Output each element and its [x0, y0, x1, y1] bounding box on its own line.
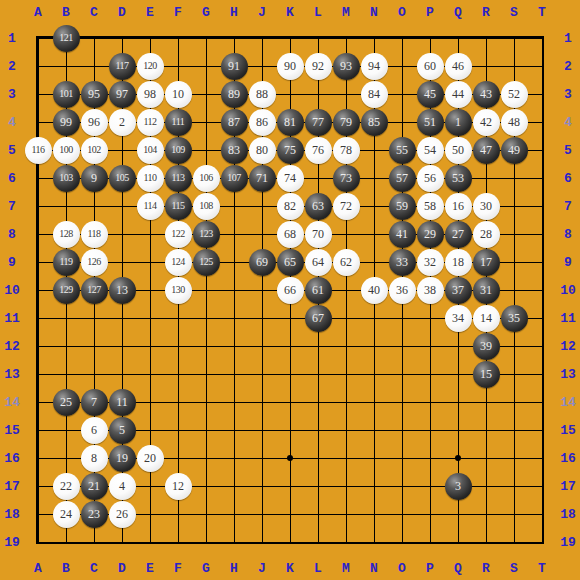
column-labels-bottom: ABCDEFGHJKLMNOPQRST — [24, 556, 556, 580]
column-label-top-B: B — [52, 0, 80, 24]
stone-d4-move-2[interactable]: 2 — [109, 109, 136, 136]
column-label-bottom-L: L — [304, 556, 332, 580]
stone-q17-move-3[interactable]: 3 — [445, 473, 472, 500]
row-label-left-11: 11 — [0, 304, 24, 332]
stone-k8-move-68[interactable]: 68 — [277, 221, 304, 248]
row-label-left-19: 19 — [0, 528, 24, 556]
column-label-top-R: R — [472, 0, 500, 24]
stone-f8-move-122[interactable]: 122 — [165, 221, 192, 248]
stone-o5-move-55[interactable]: 55 — [389, 137, 416, 164]
stone-l10-move-61[interactable]: 61 — [305, 277, 332, 304]
stone-k2-move-90[interactable]: 90 — [277, 53, 304, 80]
stone-b3-move-101[interactable]: 101 — [53, 81, 80, 108]
stone-r4-move-42[interactable]: 42 — [473, 109, 500, 136]
stone-s3-move-52[interactable]: 52 — [501, 81, 528, 108]
stone-m9-move-62[interactable]: 62 — [333, 249, 360, 276]
stone-b6-move-103[interactable]: 103 — [53, 165, 80, 192]
row-label-right-6: 6 — [556, 164, 580, 192]
row-label-left-4: 4 — [0, 108, 24, 136]
row-label-left-9: 9 — [0, 248, 24, 276]
stone-e5-move-104[interactable]: 104 — [137, 137, 164, 164]
row-label-left-6: 6 — [0, 164, 24, 192]
stone-f3-move-10[interactable]: 10 — [165, 81, 192, 108]
column-label-bottom-H: H — [220, 556, 248, 580]
row-label-right-11: 11 — [556, 304, 580, 332]
row-label-right-9: 9 — [556, 248, 580, 276]
stone-l4-move-77[interactable]: 77 — [305, 109, 332, 136]
go-board[interactable]: 1234567891011121314151617181920212223242… — [24, 24, 556, 556]
column-labels-top: ABCDEFGHJKLMNOPQRST — [24, 0, 556, 24]
stone-j5-move-80[interactable]: 80 — [249, 137, 276, 164]
stone-c10-move-127[interactable]: 127 — [81, 277, 108, 304]
row-label-left-18: 18 — [0, 500, 24, 528]
column-label-top-L: L — [304, 0, 332, 24]
stone-q10-move-37[interactable]: 37 — [445, 277, 472, 304]
stone-l7-move-63[interactable]: 63 — [305, 193, 332, 220]
stone-p9-move-32[interactable]: 32 — [417, 249, 444, 276]
stone-c6-move-9[interactable]: 9 — [81, 165, 108, 192]
row-labels-left: 12345678910111213141516171819 — [0, 24, 24, 556]
row-label-right-12: 12 — [556, 332, 580, 360]
column-label-top-E: E — [136, 0, 164, 24]
row-label-left-3: 3 — [0, 80, 24, 108]
stone-d15-move-5[interactable]: 5 — [109, 417, 136, 444]
column-label-bottom-E: E — [136, 556, 164, 580]
stone-r9-move-17[interactable]: 17 — [473, 249, 500, 276]
stone-m7-move-72[interactable]: 72 — [333, 193, 360, 220]
column-label-top-J: J — [248, 0, 276, 24]
stone-q11-move-34[interactable]: 34 — [445, 305, 472, 332]
stone-g9-move-125[interactable]: 125 — [193, 249, 220, 276]
stone-q6-move-53[interactable]: 53 — [445, 165, 472, 192]
stone-c14-move-7[interactable]: 7 — [81, 389, 108, 416]
stone-f6-move-113[interactable]: 113 — [165, 165, 192, 192]
go-board-diagram: ABCDEFGHJKLMNOPQRST ABCDEFGHJKLMNOPQRST … — [0, 0, 580, 580]
row-label-left-1: 1 — [0, 24, 24, 52]
stone-m2-move-93[interactable]: 93 — [333, 53, 360, 80]
column-label-top-O: O — [388, 0, 416, 24]
stone-k9-move-65[interactable]: 65 — [277, 249, 304, 276]
column-label-bottom-F: F — [164, 556, 192, 580]
stone-f17-move-12[interactable]: 12 — [165, 473, 192, 500]
stone-n3-move-84[interactable]: 84 — [361, 81, 388, 108]
row-label-right-13: 13 — [556, 360, 580, 388]
stone-k4-move-81[interactable]: 81 — [277, 109, 304, 136]
stone-b5-move-100[interactable]: 100 — [53, 137, 80, 164]
stone-d17-move-4[interactable]: 4 — [109, 473, 136, 500]
column-label-bottom-C: C — [80, 556, 108, 580]
column-label-bottom-S: S — [500, 556, 528, 580]
row-label-right-16: 16 — [556, 444, 580, 472]
column-label-top-Q: Q — [444, 0, 472, 24]
row-label-right-14: 14 — [556, 388, 580, 416]
row-label-right-3: 3 — [556, 80, 580, 108]
stone-f4-move-111[interactable]: 111 — [165, 109, 192, 136]
stone-q2-move-46[interactable]: 46 — [445, 53, 472, 80]
stone-f5-move-109[interactable]: 109 — [165, 137, 192, 164]
stone-c16-move-8[interactable]: 8 — [81, 445, 108, 472]
stone-c4-move-96[interactable]: 96 — [81, 109, 108, 136]
stone-g6-move-106[interactable]: 106 — [193, 165, 220, 192]
stone-c15-move-6[interactable]: 6 — [81, 417, 108, 444]
row-label-left-7: 7 — [0, 192, 24, 220]
column-label-top-G: G — [192, 0, 220, 24]
stone-h4-move-87[interactable]: 87 — [221, 109, 248, 136]
stone-r8-move-28[interactable]: 28 — [473, 221, 500, 248]
star-point-k16 — [287, 455, 293, 461]
stone-d10-move-13[interactable]: 13 — [109, 277, 136, 304]
stone-b1-move-121[interactable]: 121 — [53, 25, 80, 52]
stone-h3-move-89[interactable]: 89 — [221, 81, 248, 108]
stone-c9-move-126[interactable]: 126 — [81, 249, 108, 276]
row-label-right-7: 7 — [556, 192, 580, 220]
column-label-top-M: M — [332, 0, 360, 24]
stone-n4-move-85[interactable]: 85 — [361, 109, 388, 136]
stone-h2-move-91[interactable]: 91 — [221, 53, 248, 80]
stone-a5-move-116[interactable]: 116 — [25, 137, 52, 164]
stone-b18-move-24[interactable]: 24 — [53, 501, 80, 528]
stone-f9-move-124[interactable]: 124 — [165, 249, 192, 276]
stone-m6-move-73[interactable]: 73 — [333, 165, 360, 192]
stone-o7-move-59[interactable]: 59 — [389, 193, 416, 220]
stone-l5-move-76[interactable]: 76 — [305, 137, 332, 164]
stone-c17-move-21[interactable]: 21 — [81, 473, 108, 500]
column-label-bottom-P: P — [416, 556, 444, 580]
column-label-bottom-A: A — [24, 556, 52, 580]
stone-g7-move-108[interactable]: 108 — [193, 193, 220, 220]
stone-b8-move-128[interactable]: 128 — [53, 221, 80, 248]
stone-p8-move-29[interactable]: 29 — [417, 221, 444, 248]
column-label-top-N: N — [360, 0, 388, 24]
stone-l11-move-67[interactable]: 67 — [305, 305, 332, 332]
stone-d16-move-19[interactable]: 19 — [109, 445, 136, 472]
stone-e3-move-98[interactable]: 98 — [137, 81, 164, 108]
row-label-left-5: 5 — [0, 136, 24, 164]
row-label-left-12: 12 — [0, 332, 24, 360]
stone-h5-move-83[interactable]: 83 — [221, 137, 248, 164]
stone-f7-move-115[interactable]: 115 — [165, 193, 192, 220]
stone-p6-move-56[interactable]: 56 — [417, 165, 444, 192]
column-label-top-K: K — [276, 0, 304, 24]
row-label-left-13: 13 — [0, 360, 24, 388]
stone-d2-move-117[interactable]: 117 — [109, 53, 136, 80]
row-label-right-4: 4 — [556, 108, 580, 136]
column-label-bottom-J: J — [248, 556, 276, 580]
star-point-q16 — [455, 455, 461, 461]
stone-d6-move-105[interactable]: 105 — [109, 165, 136, 192]
column-label-bottom-B: B — [52, 556, 80, 580]
stone-j4-move-86[interactable]: 86 — [249, 109, 276, 136]
column-label-top-C: C — [80, 0, 108, 24]
stone-n10-move-40[interactable]: 40 — [361, 277, 388, 304]
stone-h6-move-107[interactable]: 107 — [221, 165, 248, 192]
stone-o6-move-57[interactable]: 57 — [389, 165, 416, 192]
stone-p2-move-60[interactable]: 60 — [417, 53, 444, 80]
row-label-left-8: 8 — [0, 220, 24, 248]
stone-r10-move-31[interactable]: 31 — [473, 277, 500, 304]
stone-b17-move-22[interactable]: 22 — [53, 473, 80, 500]
row-label-right-17: 17 — [556, 472, 580, 500]
column-label-bottom-T: T — [528, 556, 556, 580]
stone-o8-move-41[interactable]: 41 — [389, 221, 416, 248]
row-label-left-2: 2 — [0, 52, 24, 80]
column-label-top-A: A — [24, 0, 52, 24]
stone-m5-move-78[interactable]: 78 — [333, 137, 360, 164]
row-labels-right: 12345678910111213141516171819 — [556, 24, 580, 556]
stone-b14-move-25[interactable]: 25 — [53, 389, 80, 416]
column-label-top-F: F — [164, 0, 192, 24]
column-label-bottom-M: M — [332, 556, 360, 580]
stone-b9-move-119[interactable]: 119 — [53, 249, 80, 276]
stone-s4-move-48[interactable]: 48 — [501, 109, 528, 136]
row-label-left-16: 16 — [0, 444, 24, 472]
stone-e6-move-110[interactable]: 110 — [137, 165, 164, 192]
stone-r12-move-39[interactable]: 39 — [473, 333, 500, 360]
stone-f10-move-130[interactable]: 130 — [165, 277, 192, 304]
column-label-top-H: H — [220, 0, 248, 24]
stone-p4-move-51[interactable]: 51 — [417, 109, 444, 136]
stone-p3-move-45[interactable]: 45 — [417, 81, 444, 108]
stone-e7-move-114[interactable]: 114 — [137, 193, 164, 220]
stone-e4-move-112[interactable]: 112 — [137, 109, 164, 136]
column-label-bottom-D: D — [108, 556, 136, 580]
stone-q4-move-1[interactable]: 1 — [445, 109, 472, 136]
stone-d14-move-11[interactable]: 11 — [109, 389, 136, 416]
stone-n2-move-94[interactable]: 94 — [361, 53, 388, 80]
column-label-bottom-O: O — [388, 556, 416, 580]
stone-g8-move-123[interactable]: 123 — [193, 221, 220, 248]
row-label-right-19: 19 — [556, 528, 580, 556]
stone-q8-move-27[interactable]: 27 — [445, 221, 472, 248]
column-label-top-T: T — [528, 0, 556, 24]
column-label-bottom-K: K — [276, 556, 304, 580]
stone-c3-move-95[interactable]: 95 — [81, 81, 108, 108]
column-label-bottom-R: R — [472, 556, 500, 580]
column-label-bottom-Q: Q — [444, 556, 472, 580]
stone-r11-move-14[interactable]: 14 — [473, 305, 500, 332]
stone-q7-move-16[interactable]: 16 — [445, 193, 472, 220]
stone-d3-move-97[interactable]: 97 — [109, 81, 136, 108]
stone-k10-move-66[interactable]: 66 — [277, 277, 304, 304]
stone-p10-move-38[interactable]: 38 — [417, 277, 444, 304]
row-label-left-10: 10 — [0, 276, 24, 304]
column-label-bottom-N: N — [360, 556, 388, 580]
row-label-right-8: 8 — [556, 220, 580, 248]
column-label-top-D: D — [108, 0, 136, 24]
row-label-right-18: 18 — [556, 500, 580, 528]
stone-q3-move-44[interactable]: 44 — [445, 81, 472, 108]
stone-o10-move-36[interactable]: 36 — [389, 277, 416, 304]
stone-s11-move-35[interactable]: 35 — [501, 305, 528, 332]
stone-q9-move-18[interactable]: 18 — [445, 249, 472, 276]
stone-k5-move-75[interactable]: 75 — [277, 137, 304, 164]
stone-r7-move-30[interactable]: 30 — [473, 193, 500, 220]
row-label-right-2: 2 — [556, 52, 580, 80]
stone-j9-move-69[interactable]: 69 — [249, 249, 276, 276]
row-label-left-17: 17 — [0, 472, 24, 500]
stone-j6-move-71[interactable]: 71 — [249, 165, 276, 192]
stone-p7-move-58[interactable]: 58 — [417, 193, 444, 220]
stone-c5-move-102[interactable]: 102 — [81, 137, 108, 164]
row-label-right-15: 15 — [556, 416, 580, 444]
stone-p5-move-54[interactable]: 54 — [417, 137, 444, 164]
stone-e16-move-20[interactable]: 20 — [137, 445, 164, 472]
stone-r13-move-15[interactable]: 15 — [473, 361, 500, 388]
stone-c18-move-23[interactable]: 23 — [81, 501, 108, 528]
stone-s5-move-49[interactable]: 49 — [501, 137, 528, 164]
stone-l9-move-64[interactable]: 64 — [305, 249, 332, 276]
stone-o9-move-33[interactable]: 33 — [389, 249, 416, 276]
stone-r5-move-47[interactable]: 47 — [473, 137, 500, 164]
stone-l8-move-70[interactable]: 70 — [305, 221, 332, 248]
stone-k7-move-82[interactable]: 82 — [277, 193, 304, 220]
stone-b10-move-129[interactable]: 129 — [53, 277, 80, 304]
stone-l2-move-92[interactable]: 92 — [305, 53, 332, 80]
stone-q5-move-50[interactable]: 50 — [445, 137, 472, 164]
row-label-right-1: 1 — [556, 24, 580, 52]
column-label-top-S: S — [500, 0, 528, 24]
stone-b4-move-99[interactable]: 99 — [53, 109, 80, 136]
column-label-bottom-G: G — [192, 556, 220, 580]
stone-m4-move-79[interactable]: 79 — [333, 109, 360, 136]
stone-e2-move-120[interactable]: 120 — [137, 53, 164, 80]
row-label-left-14: 14 — [0, 388, 24, 416]
stone-j3-move-88[interactable]: 88 — [249, 81, 276, 108]
stone-c8-move-118[interactable]: 118 — [81, 221, 108, 248]
row-label-right-10: 10 — [556, 276, 580, 304]
row-label-left-15: 15 — [0, 416, 24, 444]
stone-r3-move-43[interactable]: 43 — [473, 81, 500, 108]
stone-k6-move-74[interactable]: 74 — [277, 165, 304, 192]
column-label-top-P: P — [416, 0, 444, 24]
row-label-right-5: 5 — [556, 136, 580, 164]
stone-d18-move-26[interactable]: 26 — [109, 501, 136, 528]
